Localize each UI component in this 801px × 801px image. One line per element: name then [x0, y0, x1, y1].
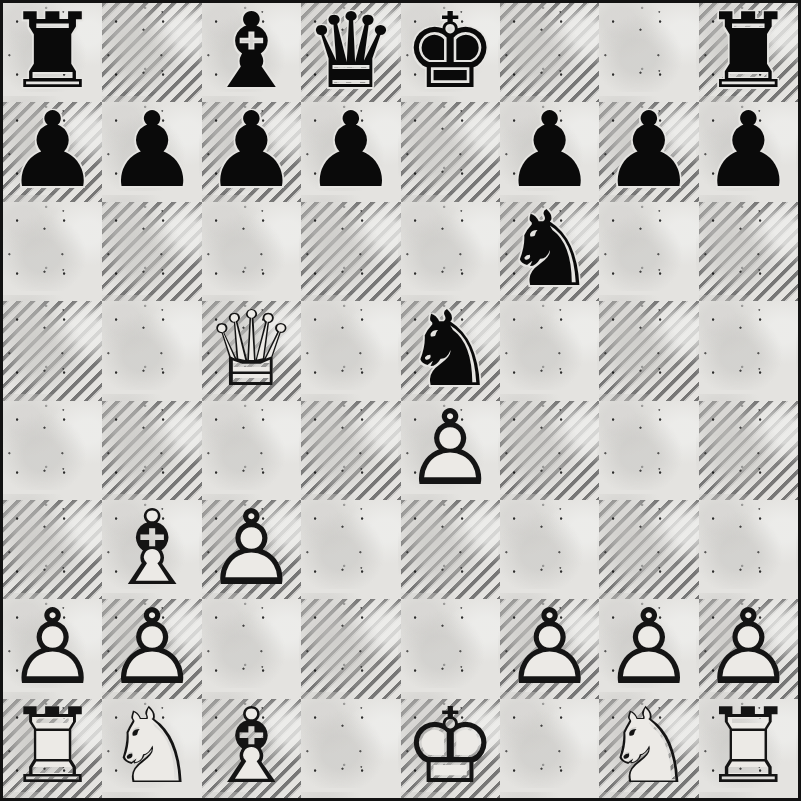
white-pawn-outline: ♙ — [3, 599, 102, 698]
white-pawn: ♟♙ — [699, 599, 798, 698]
square-a2[interactable]: ♟♙ — [3, 599, 102, 698]
square-b8[interactable] — [102, 3, 201, 102]
square-f2[interactable]: ♟♙ — [500, 599, 599, 698]
square-h5[interactable] — [699, 301, 798, 400]
square-e6[interactable] — [401, 202, 500, 301]
square-a8[interactable]: ♜ — [3, 3, 102, 102]
square-d2[interactable] — [301, 599, 400, 698]
square-g6[interactable] — [599, 202, 698, 301]
square-b5[interactable] — [102, 301, 201, 400]
square-g2[interactable]: ♟♙ — [599, 599, 698, 698]
white-pawn-outline: ♙ — [500, 599, 599, 698]
square-c2[interactable] — [202, 599, 301, 698]
square-e3[interactable] — [401, 500, 500, 599]
square-e7[interactable] — [401, 102, 500, 201]
square-c7[interactable]: ♟ — [202, 102, 301, 201]
white-rook-outline: ♖ — [699, 699, 798, 798]
black-rook: ♜ — [3, 3, 102, 102]
square-e4[interactable]: ♟♙ — [401, 401, 500, 500]
square-f3[interactable] — [500, 500, 599, 599]
white-pawn: ♟♙ — [500, 599, 599, 698]
white-bishop: ♝♗ — [102, 500, 201, 599]
white-knight-outline: ♘ — [102, 699, 201, 798]
square-a1[interactable]: ♜♖ — [3, 699, 102, 798]
black-king: ♚ — [401, 3, 500, 102]
square-g4[interactable] — [599, 401, 698, 500]
white-queen-outline: ♕ — [202, 301, 301, 400]
square-d3[interactable] — [301, 500, 400, 599]
square-b1[interactable]: ♞♘ — [102, 699, 201, 798]
square-h8[interactable]: ♜ — [699, 3, 798, 102]
white-pawn-outline: ♙ — [202, 500, 301, 599]
white-pawn-outline: ♙ — [102, 599, 201, 698]
square-h6[interactable] — [699, 202, 798, 301]
black-pawn: ♟ — [202, 102, 301, 201]
square-c5[interactable]: ♛♕ — [202, 301, 301, 400]
black-pawn: ♟ — [699, 102, 798, 201]
white-pawn: ♟♙ — [102, 599, 201, 698]
square-a3[interactable] — [3, 500, 102, 599]
white-king-outline: ♔ — [401, 699, 500, 798]
white-king: ♚♔ — [401, 699, 500, 798]
square-h4[interactable] — [699, 401, 798, 500]
white-knight-outline: ♘ — [599, 699, 698, 798]
black-knight: ♞ — [500, 202, 599, 301]
square-c3[interactable]: ♟♙ — [202, 500, 301, 599]
white-queen: ♛♕ — [202, 301, 301, 400]
square-b2[interactable]: ♟♙ — [102, 599, 201, 698]
square-h7[interactable]: ♟ — [699, 102, 798, 201]
square-a5[interactable] — [3, 301, 102, 400]
black-bishop: ♝ — [202, 3, 301, 102]
square-f1[interactable] — [500, 699, 599, 798]
square-b3[interactable]: ♝♗ — [102, 500, 201, 599]
square-f4[interactable] — [500, 401, 599, 500]
square-c6[interactable] — [202, 202, 301, 301]
square-d6[interactable] — [301, 202, 400, 301]
white-bishop-outline: ♗ — [102, 500, 201, 599]
square-d5[interactable] — [301, 301, 400, 400]
square-c4[interactable] — [202, 401, 301, 500]
square-f5[interactable] — [500, 301, 599, 400]
square-e2[interactable] — [401, 599, 500, 698]
white-rook: ♜♖ — [3, 699, 102, 798]
white-bishop: ♝♗ — [202, 699, 301, 798]
square-g3[interactable] — [599, 500, 698, 599]
square-b7[interactable]: ♟ — [102, 102, 201, 201]
white-pawn-outline: ♙ — [699, 599, 798, 698]
white-pawn: ♟♙ — [3, 599, 102, 698]
black-pawn: ♟ — [301, 102, 400, 201]
square-c1[interactable]: ♝♗ — [202, 699, 301, 798]
square-a6[interactable] — [3, 202, 102, 301]
square-b6[interactable] — [102, 202, 201, 301]
black-pawn: ♟ — [500, 102, 599, 201]
square-g8[interactable] — [599, 3, 698, 102]
square-g1[interactable]: ♞♘ — [599, 699, 698, 798]
black-knight: ♞ — [401, 301, 500, 400]
black-queen: ♛ — [301, 3, 400, 102]
square-d7[interactable]: ♟ — [301, 102, 400, 201]
square-f8[interactable] — [500, 3, 599, 102]
square-h2[interactable]: ♟♙ — [699, 599, 798, 698]
white-pawn: ♟♙ — [401, 401, 500, 500]
white-bishop-outline: ♗ — [202, 699, 301, 798]
white-pawn-outline: ♙ — [401, 401, 500, 500]
square-a7[interactable]: ♟ — [3, 102, 102, 201]
white-pawn-outline: ♙ — [599, 599, 698, 698]
black-rook: ♜ — [699, 3, 798, 102]
square-a4[interactable] — [3, 401, 102, 500]
black-pawn: ♟ — [102, 102, 201, 201]
white-knight: ♞♘ — [599, 699, 698, 798]
square-g5[interactable] — [599, 301, 698, 400]
square-b4[interactable] — [102, 401, 201, 500]
black-pawn: ♟ — [599, 102, 698, 201]
square-e5[interactable]: ♞ — [401, 301, 500, 400]
square-g7[interactable]: ♟ — [599, 102, 698, 201]
square-d8[interactable]: ♛ — [301, 3, 400, 102]
chess-board: ♜♝♛♚♜♟♟♟♟♟♟♟♞♛♕♞♟♙♝♗♟♙♟♙♟♙♟♙♟♙♟♙♜♖♞♘♝♗♚♔… — [0, 0, 801, 801]
square-d4[interactable] — [301, 401, 400, 500]
white-pawn: ♟♙ — [599, 599, 698, 698]
square-c8[interactable]: ♝ — [202, 3, 301, 102]
white-rook: ♜♖ — [699, 699, 798, 798]
white-pawn: ♟♙ — [202, 500, 301, 599]
square-e8[interactable]: ♚ — [401, 3, 500, 102]
square-d1[interactable] — [301, 699, 400, 798]
square-e1[interactable]: ♚♔ — [401, 699, 500, 798]
white-knight: ♞♘ — [102, 699, 201, 798]
square-f6[interactable]: ♞ — [500, 202, 599, 301]
square-h1[interactable]: ♜♖ — [699, 699, 798, 798]
black-pawn: ♟ — [3, 102, 102, 201]
square-f7[interactable]: ♟ — [500, 102, 599, 201]
white-rook-outline: ♖ — [3, 699, 102, 798]
square-h3[interactable] — [699, 500, 798, 599]
